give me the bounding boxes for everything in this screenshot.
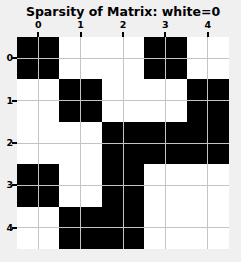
gridline-vertical-3	[165, 37, 166, 249]
gridline-horizontal-2	[17, 143, 229, 144]
sparsity-figure: Sparsity of Matrix: white=0 01234 01234	[0, 0, 241, 262]
x-tick-label-4: 4	[198, 19, 218, 31]
x-tick-label-1: 1	[71, 19, 91, 31]
plot-area	[17, 37, 229, 249]
chart-title: Sparsity of Matrix: white=0	[14, 4, 232, 19]
gridline-vertical-4	[207, 37, 208, 249]
x-tick-label-0: 0	[28, 19, 48, 31]
x-tick-label-2: 2	[113, 19, 133, 31]
gridline-horizontal-3	[17, 185, 229, 186]
x-tick-label-3: 3	[155, 19, 175, 31]
gridline-horizontal-4	[17, 227, 229, 228]
